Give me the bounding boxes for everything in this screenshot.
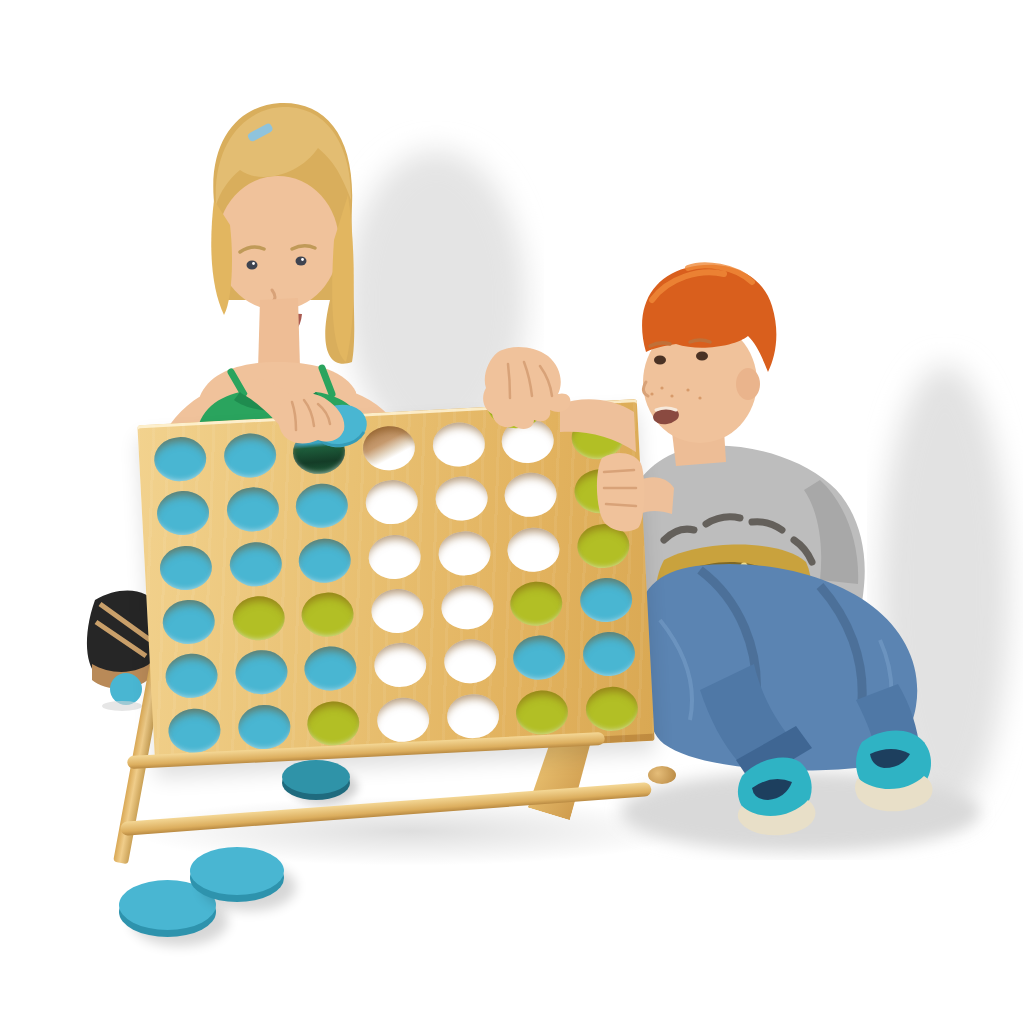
- disc-blue: [512, 635, 566, 682]
- hole-r5-c2: [233, 649, 289, 696]
- disc-blue: [295, 483, 349, 530]
- disc-blue: [161, 599, 215, 646]
- girl-hair-side-left: [211, 200, 232, 315]
- hole-r4-c5: [439, 584, 495, 631]
- hole-r2-c2: [225, 486, 281, 533]
- hole-r1-c4: [361, 425, 417, 472]
- boy-teeth: [656, 408, 676, 410]
- empty-hole: [370, 588, 424, 635]
- tshirt-sleeve-shade: [804, 480, 858, 584]
- hole-r5-c4: [372, 642, 428, 689]
- hole-r1-c6: [500, 418, 556, 465]
- boy-tshirt: [622, 446, 865, 688]
- disc-green: [306, 700, 360, 747]
- disc-blue: [225, 487, 279, 534]
- empty-hole: [362, 425, 416, 472]
- hole-r3-c1: [158, 544, 214, 591]
- girl-bangs: [216, 107, 351, 205]
- floor-disc-blue-2: [190, 847, 284, 895]
- hole-r3-c4: [367, 533, 423, 580]
- hair-clip: [247, 122, 274, 142]
- sneaker-left: [738, 758, 816, 836]
- disc-green: [231, 595, 285, 642]
- empty-hole: [367, 534, 421, 581]
- boy-nose: [643, 382, 648, 396]
- hole-r5-c3: [303, 645, 359, 692]
- boy-shin-left: [700, 664, 792, 768]
- connect-four-board: [137, 399, 654, 767]
- tshirt-print-marks: [664, 517, 812, 562]
- empty-hole: [501, 418, 555, 465]
- empty-hole: [376, 696, 430, 743]
- jeans-cuff-right: [866, 742, 930, 780]
- girl-mouth: [263, 314, 302, 338]
- sandal-straps: [96, 604, 150, 656]
- boy-eye-right: [696, 352, 708, 361]
- hole-r6-c7: [584, 685, 640, 732]
- hole-r4-c4: [369, 588, 425, 635]
- empty-hole: [440, 584, 494, 631]
- girl-eye-left: [247, 261, 258, 270]
- disc-blue: [228, 541, 282, 588]
- girl-hair-back: [213, 103, 354, 364]
- girl-top-trim: [234, 392, 322, 411]
- girl-face: [217, 176, 339, 310]
- disc-blue: [153, 436, 207, 483]
- board-grid: [137, 399, 654, 767]
- disc-blue: [156, 490, 210, 537]
- girl-neck: [258, 298, 300, 370]
- photo-scene: [0, 0, 1024, 1024]
- boy-wrist: [640, 477, 674, 514]
- disc-green: [576, 523, 630, 570]
- sequin-dark: [683, 562, 774, 630]
- hole-r2-c6: [503, 472, 559, 519]
- girl-wall-shadow: [346, 150, 526, 450]
- girl-hair-side-right: [332, 195, 354, 362]
- boy-jeans: [638, 564, 917, 770]
- boy-brows: [650, 340, 710, 346]
- boy-freckles: [650, 386, 701, 399]
- disc-green: [515, 689, 569, 736]
- girl-teeth: [267, 315, 298, 322]
- disc-blue: [292, 429, 346, 476]
- hole-r1-c5: [431, 421, 487, 468]
- hole-r6-c6: [514, 689, 570, 736]
- hole-r3-c2: [227, 541, 283, 588]
- disc-blue: [579, 577, 633, 624]
- empty-hole: [507, 526, 561, 573]
- floor-disc-teal: [282, 760, 350, 794]
- hole-r6-c2: [236, 703, 292, 750]
- girl-nose: [272, 290, 275, 302]
- disc-blue: [304, 646, 358, 693]
- boy-player: [620, 265, 1010, 852]
- boy-shin-right: [856, 684, 920, 764]
- boy-eye-left: [654, 356, 666, 365]
- disc-blue: [298, 537, 352, 584]
- hole-r1-c3: [291, 428, 347, 475]
- hole-r2-c5: [433, 475, 489, 522]
- girl-chest: [200, 362, 356, 414]
- hole-r3-c3: [297, 537, 353, 584]
- boy-face: [643, 321, 757, 443]
- sequin-sparkles: [696, 563, 765, 623]
- disc-green: [571, 414, 625, 461]
- empty-hole: [446, 693, 500, 740]
- tank-strap-right: [322, 368, 332, 394]
- disc-green: [585, 685, 639, 732]
- disc-blue: [159, 544, 213, 591]
- hole-r5-c1: [163, 653, 219, 700]
- hole-r3-c6: [506, 526, 562, 573]
- disc-blue: [223, 432, 277, 479]
- boy-wall-shadow: [880, 365, 1010, 815]
- disc-blue: [164, 653, 218, 700]
- jeans-shading: [700, 570, 862, 700]
- hole-r1-c1: [152, 436, 208, 483]
- girl-brow-right: [292, 246, 315, 249]
- empty-hole: [443, 638, 497, 685]
- floor-disc-blue-1: [119, 880, 216, 930]
- hole-r4-c7: [578, 577, 634, 624]
- hole-r2-c7: [573, 468, 629, 515]
- eye-glint: [301, 258, 304, 261]
- boy-ear: [736, 368, 760, 400]
- jeans-cuff-left: [736, 726, 812, 784]
- eye-glint: [252, 262, 255, 265]
- jeans-seams: [660, 620, 892, 724]
- hole-r2-c3: [294, 483, 350, 530]
- hole-r6-c3: [306, 700, 362, 747]
- boy-finger-lines: [508, 362, 552, 398]
- tank-strap-left: [231, 372, 246, 398]
- disc-green: [574, 468, 628, 515]
- empty-hole: [373, 642, 427, 689]
- hole-r3-c7: [576, 522, 632, 569]
- empty-hole: [504, 472, 558, 519]
- hole-r6-c4: [375, 696, 431, 743]
- disc-green: [301, 591, 355, 638]
- empty-hole: [437, 530, 491, 577]
- empty-hole: [365, 479, 419, 526]
- tshirt-sequin-patch: [655, 545, 811, 658]
- sandal-sole: [92, 660, 154, 689]
- disc-blue: [167, 707, 221, 754]
- boy-mouth: [652, 406, 680, 425]
- disc-blue: [582, 631, 636, 678]
- girl-eye-right: [296, 257, 307, 266]
- blue-ball: [110, 673, 142, 705]
- hole-r5-c7: [581, 631, 637, 678]
- disc-blue: [237, 704, 291, 751]
- hole-r6-c1: [166, 707, 222, 754]
- empty-hole: [431, 421, 485, 468]
- hole-r6-c5: [445, 692, 501, 739]
- boy-hair-highlights: [652, 265, 752, 300]
- hole-r4-c1: [161, 599, 217, 646]
- floor-disc-green: [793, 731, 855, 767]
- hole-r5-c5: [442, 638, 498, 685]
- girl-brow-left: [240, 247, 264, 252]
- hole-r3-c5: [436, 530, 492, 577]
- boy-hair: [642, 265, 776, 372]
- hole-r4-c2: [230, 595, 286, 642]
- boy-neck: [672, 430, 726, 466]
- empty-hole: [434, 476, 488, 523]
- hole-r2-c4: [364, 479, 420, 526]
- hole-r1-c2: [222, 432, 278, 479]
- disc-green: [510, 580, 564, 627]
- hole-r2-c1: [155, 490, 211, 537]
- sneaker-right: [855, 730, 933, 811]
- disc-blue: [234, 649, 288, 696]
- hole-r5-c6: [512, 635, 568, 682]
- hole-r4-c3: [300, 591, 356, 638]
- ball-shadow: [102, 701, 142, 711]
- hole-r1-c7: [570, 414, 626, 461]
- hole-r4-c6: [509, 580, 565, 627]
- stand-peg: [648, 766, 676, 784]
